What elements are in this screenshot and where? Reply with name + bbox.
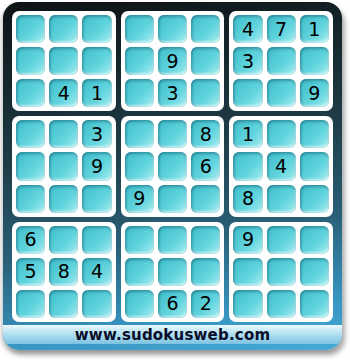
cell-r5c5[interactable]: [158, 152, 187, 180]
cell-r4c9[interactable]: [300, 120, 329, 148]
sudoku-box-r2c3: 148: [229, 116, 333, 216]
cell-r3c9[interactable]: 9: [300, 79, 329, 107]
cell-r3c3[interactable]: 1: [82, 79, 111, 107]
cell-r5c3[interactable]: 9: [82, 152, 111, 180]
cell-r7c3[interactable]: [82, 226, 111, 254]
cell-r5c7[interactable]: [233, 152, 262, 180]
cell-r5c8[interactable]: 4: [267, 152, 296, 180]
cell-r9c2[interactable]: [49, 290, 78, 318]
cell-r9c9[interactable]: [300, 290, 329, 318]
cell-r7c1[interactable]: 6: [16, 226, 45, 254]
cell-r2c8[interactable]: [267, 47, 296, 75]
sudoku-boxes: 419347139398691486584629: [12, 11, 333, 322]
cell-r6c6[interactable]: [191, 185, 220, 213]
cell-r3c2[interactable]: 4: [49, 79, 78, 107]
cell-r6c8[interactable]: [267, 185, 296, 213]
cell-r3c5[interactable]: 3: [158, 79, 187, 107]
cell-r4c7[interactable]: 1: [233, 120, 262, 148]
cell-r8c4[interactable]: [125, 258, 154, 286]
cell-r3c7[interactable]: [233, 79, 262, 107]
cell-r4c8[interactable]: [267, 120, 296, 148]
sudoku-box-r3c2: 62: [121, 222, 225, 322]
cell-r7c7[interactable]: 9: [233, 226, 262, 254]
sudoku-box-r3c3: 9: [229, 222, 333, 322]
sudoku-board: 419347139398691486584629 www.sudokusweb.…: [3, 2, 342, 350]
cell-r7c4[interactable]: [125, 226, 154, 254]
cell-r9c1[interactable]: [16, 290, 45, 318]
cell-r9c3[interactable]: [82, 290, 111, 318]
sudoku-box-r2c2: 869: [121, 116, 225, 216]
cell-r6c3[interactable]: [82, 185, 111, 213]
cell-r7c9[interactable]: [300, 226, 329, 254]
cell-r9c4[interactable]: [125, 290, 154, 318]
site-link[interactable]: www.sudokusweb.com: [3, 325, 342, 344]
cell-r7c5[interactable]: [158, 226, 187, 254]
cell-r6c4[interactable]: 9: [125, 185, 154, 213]
page-background: 419347139398691486584629 www.sudokusweb.…: [0, 0, 350, 360]
cell-r1c5[interactable]: [158, 15, 187, 43]
cell-r5c6[interactable]: 6: [191, 152, 220, 180]
cell-r8c6[interactable]: [191, 258, 220, 286]
cell-r8c2[interactable]: 8: [49, 258, 78, 286]
cell-r7c8[interactable]: [267, 226, 296, 254]
cell-r4c2[interactable]: [49, 120, 78, 148]
cell-r1c7[interactable]: 4: [233, 15, 262, 43]
cell-r8c8[interactable]: [267, 258, 296, 286]
cell-r2c7[interactable]: 3: [233, 47, 262, 75]
cell-r9c8[interactable]: [267, 290, 296, 318]
cell-r4c6[interactable]: 8: [191, 120, 220, 148]
cell-r6c2[interactable]: [49, 185, 78, 213]
cell-r2c1[interactable]: [16, 47, 45, 75]
cell-r2c5[interactable]: 9: [158, 47, 187, 75]
cell-r8c5[interactable]: [158, 258, 187, 286]
cell-r1c1[interactable]: [16, 15, 45, 43]
sudoku-box-r1c2: 93: [121, 11, 225, 111]
cell-r5c4[interactable]: [125, 152, 154, 180]
cell-r3c6[interactable]: [191, 79, 220, 107]
cell-r9c6[interactable]: 2: [191, 290, 220, 318]
cell-r2c3[interactable]: [82, 47, 111, 75]
cell-r1c6[interactable]: [191, 15, 220, 43]
cell-r4c4[interactable]: [125, 120, 154, 148]
cell-r3c1[interactable]: [16, 79, 45, 107]
sudoku-box-r1c1: 41: [12, 11, 116, 111]
cell-r4c5[interactable]: [158, 120, 187, 148]
cell-r5c9[interactable]: [300, 152, 329, 180]
cell-r2c6[interactable]: [191, 47, 220, 75]
sudoku-box-r3c1: 6584: [12, 222, 116, 322]
cell-r7c6[interactable]: [191, 226, 220, 254]
cell-r1c3[interactable]: [82, 15, 111, 43]
sudoku-box-r2c1: 39: [12, 116, 116, 216]
cell-r5c2[interactable]: [49, 152, 78, 180]
cell-r9c7[interactable]: [233, 290, 262, 318]
cell-r1c4[interactable]: [125, 15, 154, 43]
cell-r4c1[interactable]: [16, 120, 45, 148]
cell-r5c1[interactable]: [16, 152, 45, 180]
cell-r6c5[interactable]: [158, 185, 187, 213]
cell-r3c8[interactable]: [267, 79, 296, 107]
cell-r7c2[interactable]: [49, 226, 78, 254]
sudoku-box-r1c3: 47139: [229, 11, 333, 111]
cell-r1c8[interactable]: 7: [267, 15, 296, 43]
cell-r1c9[interactable]: 1: [300, 15, 329, 43]
cell-r1c2[interactable]: [49, 15, 78, 43]
cell-r8c3[interactable]: 4: [82, 258, 111, 286]
cell-r9c5[interactable]: 6: [158, 290, 187, 318]
cell-r8c7[interactable]: [233, 258, 262, 286]
cell-r3c4[interactable]: [125, 79, 154, 107]
cell-r6c1[interactable]: [16, 185, 45, 213]
cell-r8c1[interactable]: 5: [16, 258, 45, 286]
cell-r6c7[interactable]: 8: [233, 185, 262, 213]
cell-r2c4[interactable]: [125, 47, 154, 75]
cell-r2c2[interactable]: [49, 47, 78, 75]
cell-r2c9[interactable]: [300, 47, 329, 75]
cell-r8c9[interactable]: [300, 258, 329, 286]
cell-r4c3[interactable]: 3: [82, 120, 111, 148]
cell-r6c9[interactable]: [300, 185, 329, 213]
